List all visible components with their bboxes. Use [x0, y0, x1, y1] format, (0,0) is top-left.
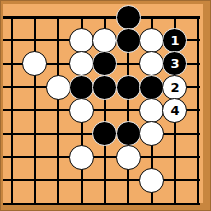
grid-hline	[3, 203, 200, 205]
board-right-edge-line	[197, 16, 199, 206]
move-number-label: 2	[170, 81, 179, 94]
stone-white[interactable]	[69, 145, 94, 170]
stone-white[interactable]	[139, 168, 164, 193]
stone-white[interactable]	[46, 75, 71, 100]
stone-white-move-2[interactable]: 2	[162, 75, 187, 100]
grid-vline	[57, 16, 59, 206]
move-number-label: 3	[170, 57, 179, 70]
stone-black[interactable]	[116, 28, 141, 53]
stone-white[interactable]	[69, 28, 94, 53]
go-board-diagram: 1324	[0, 0, 211, 211]
stone-black[interactable]	[116, 75, 141, 100]
stone-white[interactable]	[139, 98, 164, 123]
grid-vline	[34, 16, 36, 206]
stone-white[interactable]	[139, 28, 164, 53]
stone-black[interactable]	[139, 75, 164, 100]
stone-black[interactable]	[69, 75, 94, 100]
grid-hline	[3, 179, 200, 181]
board-top-edge-line	[3, 16, 200, 19]
stone-black[interactable]	[92, 75, 117, 100]
grid-hline	[3, 156, 200, 158]
stone-black[interactable]	[116, 121, 141, 146]
move-number-label: 4	[170, 104, 179, 117]
stone-white[interactable]	[116, 145, 141, 170]
stone-black[interactable]	[116, 5, 141, 30]
stone-white[interactable]	[69, 98, 94, 123]
move-number-label: 1	[170, 34, 179, 47]
grid-vline	[11, 16, 13, 206]
